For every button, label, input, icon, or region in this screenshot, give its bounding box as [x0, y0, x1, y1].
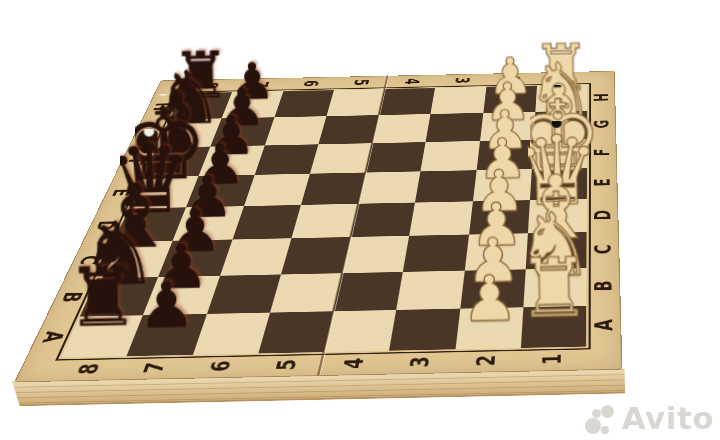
front-number-6: 6 [206, 360, 237, 372]
square-d6 [232, 205, 301, 240]
front-number-4: 4 [339, 358, 369, 370]
square-f4 [365, 142, 426, 173]
avito-logo-icon [587, 404, 615, 434]
pawn-glyph: ♟ [460, 268, 518, 329]
front-number-2: 2 [472, 355, 501, 367]
square-g6 [264, 116, 326, 145]
front-number-3: 3 [406, 356, 435, 368]
front-number-1: 1 [539, 353, 567, 365]
avito-wordmark: Avito [622, 403, 714, 434]
pawn-glyph: ♟ [138, 274, 196, 335]
front-number-8: 8 [72, 363, 105, 375]
chess-board: 8765432187654321ABCDEFGHABCDEFGH♜♟♜♟♞♟♞♟… [14, 71, 622, 382]
square-g4 [372, 114, 431, 143]
square-h5 [326, 89, 384, 116]
rook-glyph: ♜ [516, 249, 590, 328]
back-number-3: 3 [451, 77, 473, 84]
finial-white-ball [143, 126, 153, 136]
square-f6 [254, 144, 318, 175]
square-d5 [291, 204, 358, 239]
finial-black-ball [551, 118, 561, 128]
photo-scene: 8765432187654321ABCDEFGHABCDEFGH♜♟♜♟♞♟♞♟… [0, 0, 720, 440]
piece-dark-pawn-a7: ♟ [134, 271, 200, 335]
avito-logo-dot [592, 409, 601, 418]
square-c5 [281, 237, 350, 274]
piece-dark-rook-a8: ♜ [69, 255, 135, 337]
square-e6 [243, 174, 309, 207]
square-b5 [270, 273, 342, 313]
back-number-4: 4 [400, 78, 422, 85]
square-h6 [274, 90, 334, 117]
board-front-edge [12, 369, 625, 406]
back-number-5: 5 [350, 79, 373, 86]
right-letter-b: B [591, 280, 617, 291]
square-d4 [350, 203, 415, 238]
avito-logo-dot [601, 426, 609, 434]
square-a3 [389, 308, 459, 350]
square-c4 [342, 236, 409, 273]
right-letter-a: A [591, 319, 618, 331]
square-b3 [396, 270, 464, 309]
front-number-7: 7 [139, 362, 171, 374]
square-a5 [258, 311, 333, 353]
square-e4 [358, 171, 421, 204]
avito-logo-dot [601, 405, 614, 418]
rook-glyph: ♜ [65, 258, 139, 337]
square-b6 [206, 274, 280, 314]
square-c6 [220, 238, 291, 275]
avito-watermark: Avito [587, 403, 714, 434]
square-a4 [324, 310, 397, 352]
square-h4 [378, 88, 435, 115]
square-g5 [318, 115, 378, 144]
back-number-6: 6 [299, 80, 322, 87]
front-number-5: 5 [272, 359, 303, 371]
piece-light-rook-a1: ♜ [520, 245, 586, 327]
finial-black-spike [553, 77, 561, 88]
square-b4 [333, 272, 403, 312]
left-letter-a: A [36, 331, 69, 343]
piece-light-pawn-a2: ♟ [456, 264, 522, 328]
square-e5 [301, 172, 365, 205]
square-f5 [310, 143, 372, 174]
finial-white-spike [158, 85, 166, 96]
avito-logo-dot [585, 418, 601, 434]
